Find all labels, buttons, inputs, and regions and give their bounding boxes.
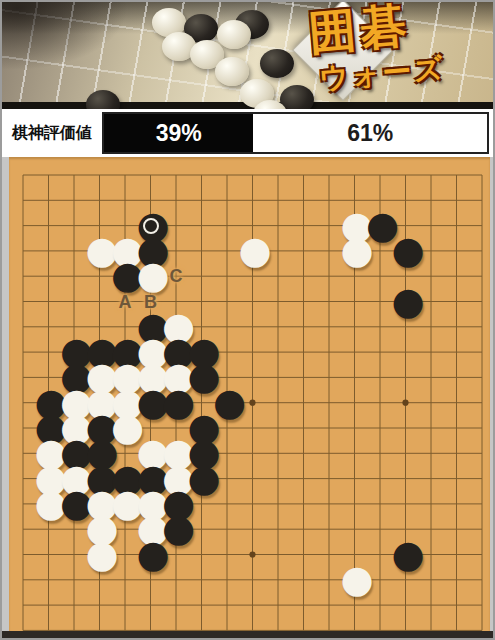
eval-white-segment: 61% [253,114,487,152]
black-stone: ● [137,541,165,569]
black-stone: ● [162,389,190,417]
header-stone-white [217,20,251,49]
white-stone: ● [86,541,114,569]
board-section: ●●●●●●●●●●●●●●●●●●●●●●●●●●●●●●●●●●●●●●●●… [2,157,493,631]
white-stone: ● [341,566,369,594]
black-stone: ● [392,541,420,569]
evaluation-row: 棋神評価値 39% 61% [2,109,493,157]
eval-black-percent: 39% [156,120,202,147]
header-stone-white [215,57,249,86]
eval-black-segment: 39% [104,114,253,152]
white-stone: ● [86,237,114,265]
go-board[interactable]: ●●●●●●●●●●●●●●●●●●●●●●●●●●●●●●●●●●●●●●●●… [9,157,490,631]
black-stone: ● [392,237,420,265]
white-stone: ● [137,262,165,290]
evaluation-label: 棋神評価値 [2,123,102,144]
app-window: 囲碁 ウォーズ 棋神評価値 39% 61% ●●●●●●●●●●●●●●●●●●… [0,0,495,640]
evaluation-bar: 39% 61% [102,112,489,154]
white-stone: ● [239,237,267,265]
app-logo: 囲碁 ウォーズ [293,2,483,102]
point-label-c: C [170,266,183,287]
black-stone: ● [60,490,88,518]
eval-white-percent: 61% [347,120,393,147]
white-stone: ● [341,237,369,265]
point-label-b: B [144,291,157,312]
black-stone: ● [392,288,420,316]
point-label-a: A [119,291,132,312]
white-stone: ● [35,490,63,518]
black-stone: ● [111,262,139,290]
bottom-strip [2,631,493,638]
header-banner: 囲碁 ウォーズ [2,2,493,109]
header-stone-black [260,49,294,78]
